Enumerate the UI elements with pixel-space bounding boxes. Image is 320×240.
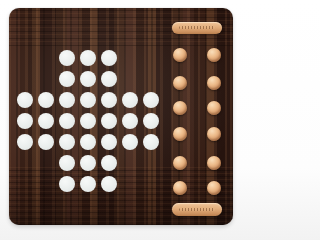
rack-peg-r6c1[interactable] <box>173 181 187 195</box>
hole-r7c5[interactable] <box>101 176 117 192</box>
peg-tray-bottom[interactable] <box>172 203 222 216</box>
hole-r2c4[interactable] <box>80 71 96 87</box>
rack-peg-r5c2[interactable] <box>207 156 221 170</box>
rack-peg-r3c1[interactable] <box>173 101 187 115</box>
hole-r4c7[interactable] <box>143 113 159 129</box>
hole-r2c5[interactable] <box>101 71 117 87</box>
rack-peg-r4c2[interactable] <box>207 127 221 141</box>
hole-r3c4[interactable] <box>80 92 96 108</box>
hole-r3c7[interactable] <box>143 92 159 108</box>
rack-peg-r6c2[interactable] <box>207 181 221 195</box>
hole-r4c3[interactable] <box>59 113 75 129</box>
hole-r6c4[interactable] <box>80 155 96 171</box>
rack-peg-r4c1[interactable] <box>173 127 187 141</box>
hole-r5c7[interactable] <box>143 134 159 150</box>
rack-peg-r2c2[interactable] <box>207 76 221 90</box>
rack-peg-r5c1[interactable] <box>173 156 187 170</box>
hole-r5c6[interactable] <box>122 134 138 150</box>
hole-r6c3[interactable] <box>59 155 75 171</box>
hole-r4c2[interactable] <box>38 113 54 129</box>
hole-r1c3[interactable] <box>59 50 75 66</box>
hole-r5c3[interactable] <box>59 134 75 150</box>
hole-r5c5[interactable] <box>101 134 117 150</box>
hole-r4c1[interactable] <box>17 113 33 129</box>
hole-r2c3[interactable] <box>59 71 75 87</box>
hole-r3c6[interactable] <box>122 92 138 108</box>
hole-r7c4[interactable] <box>80 176 96 192</box>
hole-r1c5[interactable] <box>101 50 117 66</box>
hole-r3c2[interactable] <box>38 92 54 108</box>
hole-r5c2[interactable] <box>38 134 54 150</box>
hole-r7c3[interactable] <box>59 176 75 192</box>
rack-peg-r3c2[interactable] <box>207 101 221 115</box>
hole-r3c3[interactable] <box>59 92 75 108</box>
hole-r6c5[interactable] <box>101 155 117 171</box>
hole-r5c1[interactable] <box>17 134 33 150</box>
hole-r1c4[interactable] <box>80 50 96 66</box>
solitaire-board <box>9 8 233 225</box>
rack-peg-r2c1[interactable] <box>173 76 187 90</box>
rack-peg-r1c2[interactable] <box>207 48 221 62</box>
rack-peg-r1c1[interactable] <box>173 48 187 62</box>
hole-r4c5[interactable] <box>101 113 117 129</box>
hole-r3c5[interactable] <box>101 92 117 108</box>
hole-r4c6[interactable] <box>122 113 138 129</box>
tray-engraving-bottom <box>179 208 215 211</box>
hole-r3c1[interactable] <box>17 92 33 108</box>
peg-tray-top[interactable] <box>172 22 222 34</box>
tray-engraving-top <box>179 26 215 29</box>
hole-r5c4[interactable] <box>80 134 96 150</box>
hole-r4c4[interactable] <box>80 113 96 129</box>
